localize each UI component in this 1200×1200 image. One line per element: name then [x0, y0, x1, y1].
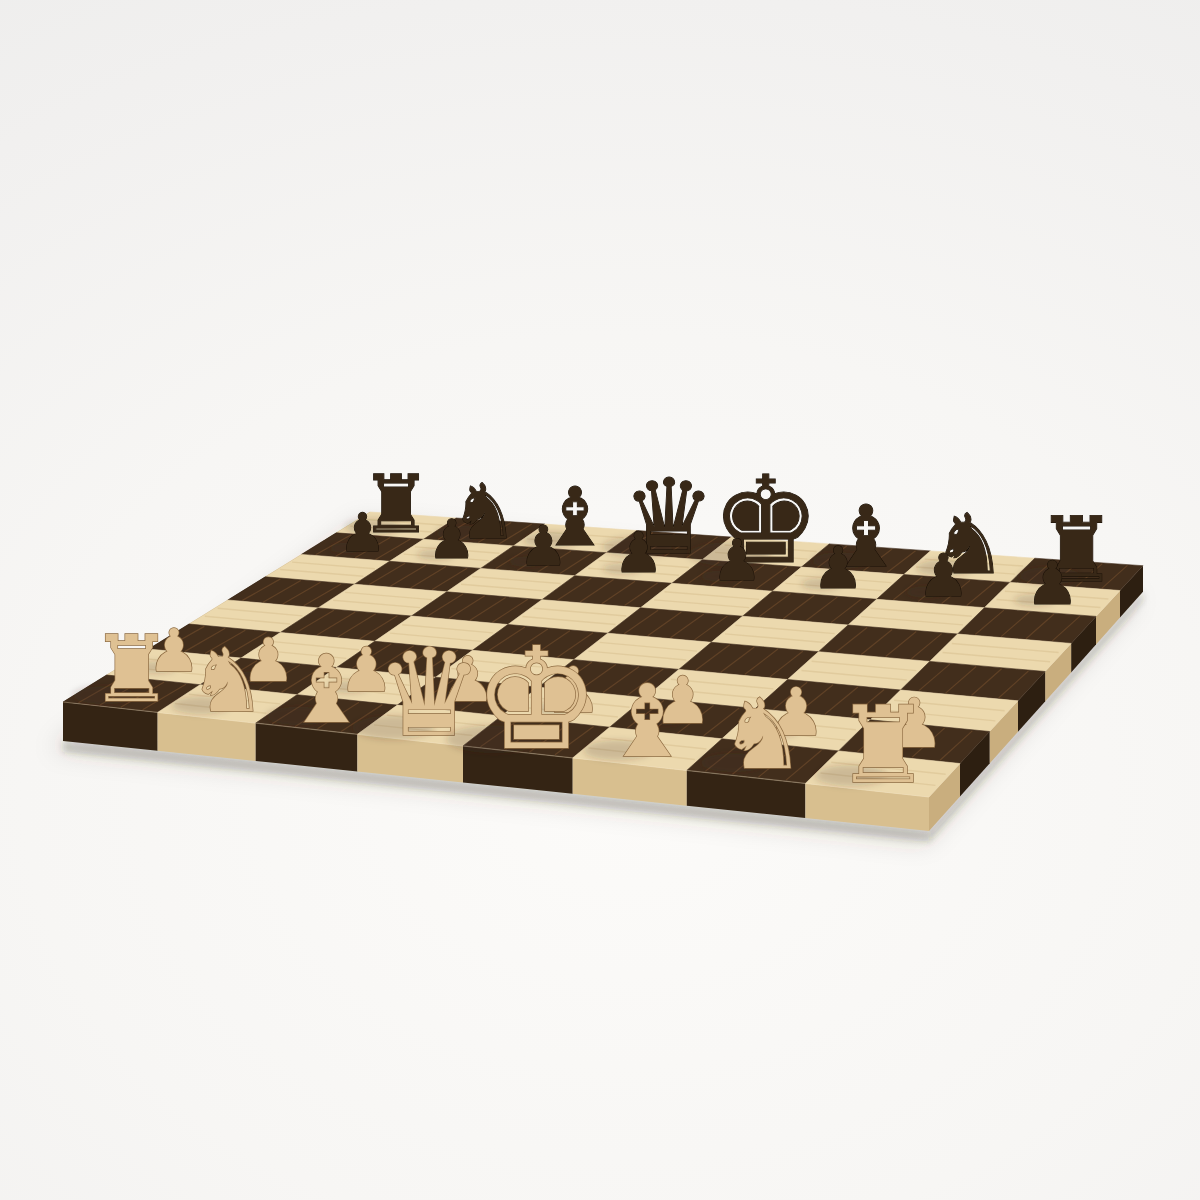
piece-white-rook-a1[interactable]: ♜ — [90, 616, 172, 723]
piece-black-pawn-e7[interactable]: ♟ — [711, 527, 762, 593]
piece-white-bishop-f1[interactable]: ♝ — [603, 663, 693, 780]
piece-black-pawn-c7[interactable]: ♟ — [519, 514, 568, 578]
piece-black-pawn-h7[interactable]: ♟ — [1025, 548, 1079, 618]
piece-black-pawn-d7[interactable]: ♟ — [613, 520, 663, 585]
piece-white-knight-b1[interactable]: ♞ — [188, 629, 267, 732]
piece-black-pawn-a7[interactable]: ♟ — [339, 502, 387, 563]
studio-backdrop: ♜♞♝♛♚♝♞♜♟♟♟♟♟♟♟♟♟♟♟♟♟♟♟♟♜♞♝♛♚♝♞♜ — [0, 0, 1200, 1200]
piece-black-pawn-g7[interactable]: ♟ — [917, 541, 970, 610]
piece-white-rook-h1[interactable]: ♜ — [835, 684, 930, 807]
piece-white-knight-g1[interactable]: ♞ — [719, 678, 806, 791]
piece-black-pawn-b7[interactable]: ♟ — [427, 508, 475, 571]
piece-white-king-e1[interactable]: ♚ — [473, 617, 599, 781]
chessboard: ♜♞♝♛♚♝♞♜♟♟♟♟♟♟♟♟♟♟♟♟♟♟♟♟♜♞♝♛♚♝♞♜ — [0, 0, 1200, 1200]
piece-black-pawn-f7[interactable]: ♟ — [812, 534, 864, 602]
